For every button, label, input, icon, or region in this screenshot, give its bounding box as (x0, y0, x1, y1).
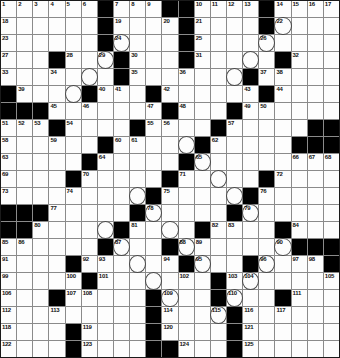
cell-r1c4[interactable]: 4 (49, 1, 64, 17)
cell-r3c13[interactable]: 25 (195, 35, 210, 51)
cell-r2c4[interactable] (49, 18, 64, 34)
cell-r14c5[interactable] (66, 222, 81, 238)
cell-r13c21[interactable] (324, 205, 339, 221)
cell-r20c3[interactable] (33, 324, 48, 340)
cell-r21c18[interactable] (275, 341, 290, 357)
cell-r14c15[interactable]: 83 (227, 222, 242, 238)
cell-r13c14[interactable] (211, 205, 226, 221)
cell-r21c13[interactable] (195, 341, 210, 357)
cell-r5c19[interactable] (292, 69, 307, 85)
cell-r14c9[interactable]: 81 (130, 222, 145, 238)
cell-r1c15[interactable]: 12 (227, 1, 242, 17)
cell-r19c14[interactable]: 115 (211, 307, 226, 323)
cell-r15c13[interactable]: 89 (195, 239, 210, 255)
cell-r7c9[interactable] (130, 103, 145, 119)
cell-r3c20[interactable] (308, 35, 323, 51)
cell-r15c18[interactable]: 90 (275, 239, 290, 255)
cell-r11c18[interactable]: 72 (275, 171, 290, 187)
cell-r2c5[interactable] (66, 18, 81, 34)
cell-r4c10[interactable] (146, 52, 161, 68)
cell-r6c19[interactable] (292, 86, 307, 102)
cell-r14c19[interactable]: 84 (292, 222, 307, 238)
cell-r19c20[interactable] (308, 307, 323, 323)
cell-r8c10[interactable]: 55 (146, 120, 161, 136)
cell-r15c5[interactable] (66, 239, 81, 255)
cell-r12c11[interactable]: 75 (162, 188, 177, 204)
cell-r8c1[interactable]: 51 (1, 120, 16, 136)
cell-r17c4[interactable] (49, 273, 64, 289)
cell-r10c17[interactable] (259, 154, 274, 170)
cell-r8c2[interactable]: 52 (17, 120, 32, 136)
cell-r7c16[interactable]: 49 (243, 103, 258, 119)
cell-r20c9[interactable] (130, 324, 145, 340)
cell-r20c16[interactable]: 121 (243, 324, 258, 340)
cell-r1c1[interactable]: 1 (1, 1, 16, 17)
cell-r4c21[interactable] (324, 52, 339, 68)
cell-r16c7[interactable]: 93 (98, 256, 113, 272)
cell-r3c11[interactable] (162, 35, 177, 51)
cell-r2c14[interactable] (211, 18, 226, 34)
cell-r12c7[interactable] (98, 188, 113, 204)
cell-r1c6[interactable]: 6 (82, 1, 97, 17)
cell-r13c10[interactable]: 78 (146, 205, 161, 221)
cell-r10c9[interactable] (130, 154, 145, 170)
cell-r1c18[interactable]: 14 (275, 1, 290, 17)
cell-r4c15[interactable] (227, 52, 242, 68)
cell-r10c14[interactable] (211, 154, 226, 170)
cell-r15c2[interactable]: 86 (17, 239, 32, 255)
cell-r16c20[interactable]: 98 (308, 256, 323, 272)
cell-r11c10[interactable] (146, 171, 161, 187)
cell-r19c11[interactable]: 114 (162, 307, 177, 323)
cell-r10c21[interactable]: 68 (324, 154, 339, 170)
cell-r9c12[interactable] (179, 137, 194, 153)
cell-r8c8[interactable] (114, 120, 129, 136)
cell-r3c1[interactable]: 23 (1, 35, 16, 51)
cell-r20c21[interactable] (324, 324, 339, 340)
cell-r10c5[interactable] (66, 154, 81, 170)
cell-r7c14[interactable] (211, 103, 226, 119)
cell-r18c20[interactable] (308, 290, 323, 306)
cell-r7c12[interactable]: 48 (179, 103, 194, 119)
cell-r1c16[interactable]: 13 (243, 1, 258, 17)
cell-r15c3[interactable] (33, 239, 48, 255)
cell-r13c16[interactable]: 79 (243, 205, 258, 221)
cell-r4c6[interactable] (82, 52, 97, 68)
cell-r21c9[interactable] (130, 341, 145, 357)
cell-r10c4[interactable] (49, 154, 64, 170)
cell-r20c6[interactable]: 119 (82, 324, 97, 340)
cell-r12c14[interactable] (211, 188, 226, 204)
cell-r12c9[interactable] (130, 188, 145, 204)
cell-r6c12[interactable] (179, 86, 194, 102)
cell-r19c4[interactable]: 113 (49, 307, 64, 323)
cell-r11c7[interactable] (98, 171, 113, 187)
cell-r16c11[interactable]: 94 (162, 256, 177, 272)
cell-r15c8[interactable]: 87 (114, 239, 129, 255)
cell-r6c16[interactable]: 43 (243, 86, 258, 102)
cell-r8c17[interactable] (259, 120, 274, 136)
cell-r20c17[interactable] (259, 324, 274, 340)
cell-r16c10[interactable] (146, 256, 161, 272)
cell-r1c8[interactable]: 7 (114, 1, 129, 17)
cell-r5c10[interactable] (146, 69, 161, 85)
cell-r10c10[interactable] (146, 154, 161, 170)
cell-r15c1[interactable]: 85 (1, 239, 16, 255)
cell-r17c5[interactable]: 100 (66, 273, 81, 289)
cell-r3c8[interactable]: 24 (114, 35, 129, 51)
cell-r4c2[interactable] (17, 52, 32, 68)
cell-r9c8[interactable]: 60 (114, 137, 129, 153)
cell-r19c19[interactable] (292, 307, 307, 323)
cell-r7c7[interactable] (98, 103, 113, 119)
cell-r12c3[interactable] (33, 188, 48, 204)
cell-r2c3[interactable] (33, 18, 48, 34)
cell-r19c1[interactable]: 112 (1, 307, 16, 323)
cell-r17c11[interactable] (162, 273, 177, 289)
cell-r11c1[interactable]: 69 (1, 171, 16, 187)
cell-r15c6[interactable] (82, 239, 97, 255)
cell-r8c11[interactable]: 56 (162, 120, 177, 136)
cell-r12c5[interactable]: 74 (66, 188, 81, 204)
cell-r17c8[interactable] (114, 273, 129, 289)
cell-r21c16[interactable]: 125 (243, 341, 258, 357)
cell-r1c10[interactable]: 9 (146, 1, 161, 17)
cell-r21c19[interactable] (292, 341, 307, 357)
cell-r13c12[interactable] (179, 205, 194, 221)
cell-r13c19[interactable] (292, 205, 307, 221)
cell-r9c18[interactable] (275, 137, 290, 153)
cell-r1c20[interactable]: 16 (308, 1, 323, 17)
cell-r17c13[interactable] (195, 273, 210, 289)
cell-r21c6[interactable]: 123 (82, 341, 97, 357)
cell-r8c6[interactable] (82, 120, 97, 136)
cell-r16c9[interactable] (130, 256, 145, 272)
cell-r14c17[interactable] (259, 222, 274, 238)
cell-r7c6[interactable]: 46 (82, 103, 97, 119)
cell-r13c17[interactable] (259, 205, 274, 221)
cell-r17c18[interactable] (275, 273, 290, 289)
cell-r4c17[interactable] (259, 52, 274, 68)
cell-r15c9[interactable] (130, 239, 145, 255)
cell-r10c20[interactable]: 67 (308, 154, 323, 170)
cell-r8c15[interactable]: 57 (227, 120, 242, 136)
cell-r9c2[interactable] (17, 137, 32, 153)
cell-r5c4[interactable]: 34 (49, 69, 64, 85)
cell-r18c12[interactable] (179, 290, 194, 306)
cell-r4c14[interactable] (211, 52, 226, 68)
cell-r12c13[interactable] (195, 188, 210, 204)
cell-r10c13[interactable]: 65 (195, 154, 210, 170)
cell-r18c11[interactable]: 109 (162, 290, 177, 306)
cell-r19c12[interactable] (179, 307, 194, 323)
cell-r19c13[interactable] (195, 307, 210, 323)
cell-r20c18[interactable] (275, 324, 290, 340)
cell-r12c4[interactable] (49, 188, 64, 204)
cell-r14c11[interactable] (162, 222, 177, 238)
cell-r9c15[interactable] (227, 137, 242, 153)
cell-r7c19[interactable] (292, 103, 307, 119)
cell-r8c18[interactable] (275, 120, 290, 136)
cell-r10c19[interactable]: 66 (292, 154, 307, 170)
cell-r5c12[interactable]: 36 (179, 69, 194, 85)
cell-r16c13[interactable]: 95 (195, 256, 210, 272)
cell-r9c14[interactable]: 62 (211, 137, 226, 153)
cell-r10c2[interactable] (17, 154, 32, 170)
cell-r6c3[interactable] (33, 86, 48, 102)
cell-r4c1[interactable]: 27 (1, 52, 16, 68)
cell-r16c15[interactable] (227, 256, 242, 272)
cell-r12c12[interactable] (179, 188, 194, 204)
cell-r12c2[interactable] (17, 188, 32, 204)
cell-r19c9[interactable] (130, 307, 145, 323)
cell-r16c4[interactable] (49, 256, 64, 272)
cell-r9c4[interactable]: 59 (49, 137, 64, 153)
cell-r3c2[interactable] (17, 35, 32, 51)
cell-r1c2[interactable]: 2 (17, 1, 32, 17)
cell-r3c4[interactable] (49, 35, 64, 51)
cell-r11c12[interactable]: 71 (179, 171, 194, 187)
cell-r6c15[interactable] (227, 86, 242, 102)
cell-r5c18[interactable]: 38 (275, 69, 290, 85)
cell-r16c14[interactable] (211, 256, 226, 272)
cell-r13c18[interactable] (275, 205, 290, 221)
cell-r2c10[interactable] (146, 18, 161, 34)
cell-r7c13[interactable] (195, 103, 210, 119)
cell-r7c21[interactable] (324, 103, 339, 119)
cell-r15c15[interactable] (227, 239, 242, 255)
cell-r12c1[interactable]: 73 (1, 188, 16, 204)
cell-r17c10[interactable] (146, 273, 161, 289)
cell-r8c13[interactable] (195, 120, 210, 136)
cell-r18c21[interactable] (324, 290, 339, 306)
cell-r7c4[interactable]: 45 (49, 103, 64, 119)
cell-r10c8[interactable] (114, 154, 129, 170)
cell-r10c15[interactable] (227, 154, 242, 170)
cell-r12c17[interactable]: 76 (259, 188, 274, 204)
cell-r2c13[interactable]: 21 (195, 18, 210, 34)
cell-r21c12[interactable]: 124 (179, 341, 194, 357)
cell-r6c4[interactable] (49, 86, 64, 102)
cell-r4c9[interactable]: 30 (130, 52, 145, 68)
cell-r2c18[interactable]: 22 (275, 18, 290, 34)
cell-r7c10[interactable]: 47 (146, 103, 161, 119)
cell-r7c5[interactable] (66, 103, 81, 119)
cell-r4c16[interactable] (243, 52, 258, 68)
cell-r2c21[interactable] (324, 18, 339, 34)
cell-r18c6[interactable]: 108 (82, 290, 97, 306)
cell-r5c3[interactable] (33, 69, 48, 85)
cell-r17c12[interactable]: 102 (179, 273, 194, 289)
cell-r11c21[interactable] (324, 171, 339, 187)
cell-r16c18[interactable] (275, 256, 290, 272)
cell-r5c21[interactable] (324, 69, 339, 85)
cell-r16c8[interactable] (114, 256, 129, 272)
cell-r13c13[interactable] (195, 205, 210, 221)
cell-r6c11[interactable]: 42 (162, 86, 177, 102)
cell-r17c20[interactable] (308, 273, 323, 289)
cell-r14c21[interactable] (324, 222, 339, 238)
cell-r18c7[interactable] (98, 290, 113, 306)
cell-r21c7[interactable] (98, 341, 113, 357)
cell-r9c9[interactable]: 61 (130, 137, 145, 153)
cell-r16c19[interactable]: 97 (292, 256, 307, 272)
cell-r19c7[interactable] (98, 307, 113, 323)
cell-r10c16[interactable] (243, 154, 258, 170)
cell-r2c20[interactable] (308, 18, 323, 34)
cell-r13c7[interactable] (98, 205, 113, 221)
cell-r21c14[interactable] (211, 341, 226, 357)
cell-r2c11[interactable]: 20 (162, 18, 177, 34)
cell-r6c7[interactable]: 40 (98, 86, 113, 102)
cell-r1c13[interactable]: 10 (195, 1, 210, 17)
cell-r20c2[interactable] (17, 324, 32, 340)
cell-r18c3[interactable] (33, 290, 48, 306)
cell-r17c9[interactable] (130, 273, 145, 289)
cell-r14c6[interactable] (82, 222, 97, 238)
cell-r17c17[interactable] (259, 273, 274, 289)
cell-r15c17[interactable] (259, 239, 274, 255)
cell-r11c9[interactable] (130, 171, 145, 187)
cell-r17c2[interactable] (17, 273, 32, 289)
cell-r16c3[interactable] (33, 256, 48, 272)
cell-r3c15[interactable] (227, 35, 242, 51)
cell-r12c6[interactable] (82, 188, 97, 204)
cell-r16c1[interactable]: 91 (1, 256, 16, 272)
cell-r20c8[interactable] (114, 324, 129, 340)
cell-r16c2[interactable] (17, 256, 32, 272)
cell-r19c5[interactable] (66, 307, 81, 323)
cell-r12c20[interactable] (308, 188, 323, 204)
cell-r3c9[interactable] (130, 35, 145, 51)
cell-r13c8[interactable] (114, 205, 129, 221)
cell-r9c17[interactable] (259, 137, 274, 153)
cell-r18c5[interactable]: 107 (66, 290, 81, 306)
cell-r3c3[interactable] (33, 35, 48, 51)
cell-r21c2[interactable] (17, 341, 32, 357)
cell-r14c3[interactable]: 80 (33, 222, 48, 238)
cell-r14c12[interactable] (179, 222, 194, 238)
cell-r11c14[interactable] (211, 171, 226, 187)
cell-r20c7[interactable] (98, 324, 113, 340)
cell-r20c12[interactable] (179, 324, 194, 340)
cell-r21c17[interactable] (259, 341, 274, 357)
cell-r11c3[interactable] (33, 171, 48, 187)
cell-r17c19[interactable] (292, 273, 307, 289)
cell-r1c3[interactable]: 3 (33, 1, 48, 17)
cell-r2c2[interactable] (17, 18, 32, 34)
cell-r16c6[interactable]: 92 (82, 256, 97, 272)
cell-r11c19[interactable] (292, 171, 307, 187)
cell-r11c13[interactable] (195, 171, 210, 187)
cell-r20c1[interactable]: 118 (1, 324, 16, 340)
cell-r15c4[interactable] (49, 239, 64, 255)
cell-r18c15[interactable]: 110 (227, 290, 242, 306)
cell-r5c17[interactable]: 37 (259, 69, 274, 85)
cell-r13c20[interactable] (308, 205, 323, 221)
cell-r6c13[interactable] (195, 86, 210, 102)
cell-r5c5[interactable] (66, 69, 81, 85)
cell-r3c6[interactable] (82, 35, 97, 51)
cell-r8c19[interactable] (292, 120, 307, 136)
cell-r20c13[interactable] (195, 324, 210, 340)
cell-r1c9[interactable]: 8 (130, 1, 145, 17)
cell-r11c20[interactable] (308, 171, 323, 187)
cell-r1c14[interactable]: 11 (211, 1, 226, 17)
cell-r6c5[interactable] (66, 86, 81, 102)
cell-r11c15[interactable] (227, 171, 242, 187)
cell-r12c21[interactable] (324, 188, 339, 204)
cell-r9c6[interactable] (82, 137, 97, 153)
cell-r18c19[interactable]: 111 (292, 290, 307, 306)
cell-r8c16[interactable] (243, 120, 258, 136)
cell-r15c12[interactable]: 88 (179, 239, 194, 255)
cell-r1c21[interactable]: 17 (324, 1, 339, 17)
cell-r18c16[interactable] (243, 290, 258, 306)
cell-r4c7[interactable]: 29 (98, 52, 113, 68)
cell-r10c7[interactable]: 64 (98, 154, 113, 170)
cell-r12c15[interactable] (227, 188, 242, 204)
cell-r19c17[interactable] (259, 307, 274, 323)
cell-r14c16[interactable] (243, 222, 258, 238)
cell-r17c15[interactable]: 103 (227, 273, 242, 289)
cell-r5c9[interactable]: 35 (130, 69, 145, 85)
cell-r2c15[interactable] (227, 18, 242, 34)
cell-r19c2[interactable] (17, 307, 32, 323)
cell-r19c16[interactable]: 116 (243, 307, 258, 323)
cell-r5c15[interactable] (227, 69, 242, 85)
cell-r18c8[interactable] (114, 290, 129, 306)
cell-r7c8[interactable] (114, 103, 129, 119)
cell-r6c14[interactable] (211, 86, 226, 102)
cell-r14c7[interactable] (98, 222, 113, 238)
cell-r5c14[interactable] (211, 69, 226, 85)
cell-r21c20[interactable] (308, 341, 323, 357)
cell-r6c8[interactable]: 41 (114, 86, 129, 102)
cell-r21c1[interactable]: 122 (1, 341, 16, 357)
cell-r18c17[interactable] (259, 290, 274, 306)
cell-r11c6[interactable]: 70 (82, 171, 97, 187)
cell-r12c19[interactable] (292, 188, 307, 204)
cell-r17c7[interactable]: 101 (98, 273, 113, 289)
cell-r7c20[interactable] (308, 103, 323, 119)
cell-r19c3[interactable] (33, 307, 48, 323)
cell-r18c9[interactable] (130, 290, 145, 306)
cell-r21c8[interactable] (114, 341, 129, 357)
cell-r2c19[interactable] (292, 18, 307, 34)
cell-r4c5[interactable]: 28 (66, 52, 81, 68)
cell-r4c20[interactable] (308, 52, 323, 68)
cell-r20c20[interactable] (308, 324, 323, 340)
cell-r11c16[interactable] (243, 171, 258, 187)
cell-r10c11[interactable] (162, 154, 177, 170)
cell-r4c3[interactable] (33, 52, 48, 68)
cell-r3c17[interactable]: 26 (259, 35, 274, 51)
cell-r5c11[interactable] (162, 69, 177, 85)
cell-r7c18[interactable] (275, 103, 290, 119)
cell-r11c4[interactable] (49, 171, 64, 187)
cell-r6c20[interactable] (308, 86, 323, 102)
cell-r19c21[interactable] (324, 307, 339, 323)
cell-r21c3[interactable] (33, 341, 48, 357)
cell-r10c18[interactable] (275, 154, 290, 170)
cell-r13c5[interactable] (66, 205, 81, 221)
cell-r4c13[interactable]: 31 (195, 52, 210, 68)
cell-r20c4[interactable] (49, 324, 64, 340)
cell-r5c13[interactable] (195, 69, 210, 85)
cell-r3c10[interactable] (146, 35, 161, 51)
cell-r3c16[interactable] (243, 35, 258, 51)
